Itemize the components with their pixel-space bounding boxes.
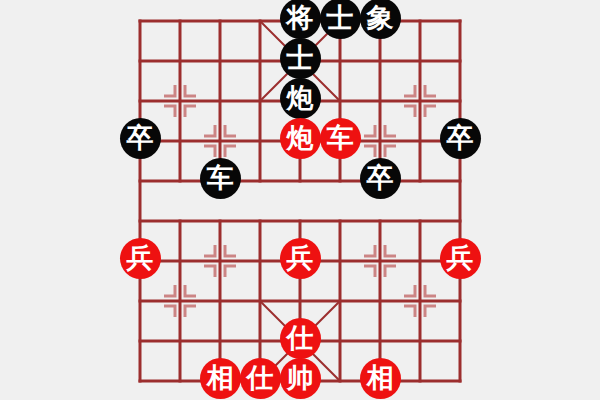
piece-red-advisor[interactable]: 仕 (280, 318, 321, 359)
piece-red-general[interactable]: 帅 (280, 358, 321, 399)
piece-red-advisor[interactable]: 仕 (240, 358, 281, 399)
piece-glyph: 车 (207, 165, 234, 192)
piece-glyph: 兵 (447, 245, 474, 272)
piece-black-advisor[interactable]: 士 (320, 0, 361, 39)
piece-glyph: 仕 (247, 365, 274, 392)
xiangqi-screenshot: 将士象士炮卒卒车卒炮车兵兵兵仕相仕帅相 (0, 0, 600, 400)
piece-glyph: 士 (287, 45, 314, 72)
piece-red-pawn[interactable]: 兵 (280, 238, 321, 279)
piece-black-chariot[interactable]: 车 (200, 158, 241, 199)
piece-black-general[interactable]: 将 (280, 0, 321, 39)
piece-red-elephant[interactable]: 相 (360, 358, 401, 399)
piece-red-chariot[interactable]: 车 (320, 118, 361, 159)
piece-black-advisor[interactable]: 士 (280, 38, 321, 79)
piece-black-cannon[interactable]: 炮 (280, 78, 321, 119)
xiangqi-board[interactable]: 将士象士炮卒卒车卒炮车兵兵兵仕相仕帅相 (120, 1, 480, 400)
piece-glyph: 相 (207, 365, 234, 392)
piece-glyph: 卒 (367, 165, 394, 192)
piece-glyph: 象 (367, 5, 394, 32)
piece-glyph: 炮 (287, 85, 314, 112)
piece-glyph: 兵 (287, 245, 314, 272)
piece-glyph: 卒 (447, 125, 474, 152)
piece-glyph: 仕 (287, 325, 314, 352)
piece-black-pawn[interactable]: 卒 (360, 158, 401, 199)
piece-glyph: 相 (367, 365, 394, 392)
piece-red-elephant[interactable]: 相 (200, 358, 241, 399)
piece-black-pawn[interactable]: 卒 (440, 118, 481, 159)
piece-glyph: 士 (327, 5, 354, 32)
piece-black-elephant[interactable]: 象 (360, 0, 401, 39)
piece-glyph: 车 (327, 125, 354, 152)
piece-black-pawn[interactable]: 卒 (120, 118, 161, 159)
piece-red-pawn[interactable]: 兵 (440, 238, 481, 279)
piece-red-cannon[interactable]: 炮 (280, 118, 321, 159)
piece-glyph: 卒 (127, 125, 154, 152)
piece-glyph: 将 (287, 5, 314, 32)
piece-glyph: 帅 (287, 365, 314, 392)
piece-glyph: 兵 (127, 245, 154, 272)
piece-glyph: 炮 (287, 125, 314, 152)
piece-red-pawn[interactable]: 兵 (120, 238, 161, 279)
